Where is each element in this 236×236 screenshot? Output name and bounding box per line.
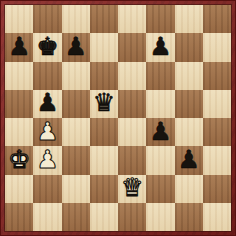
square-c3[interactable] xyxy=(62,146,90,174)
square-g3[interactable]: ♟ xyxy=(175,146,203,174)
square-h2[interactable] xyxy=(203,175,231,203)
square-a2[interactable] xyxy=(5,175,33,203)
square-e1[interactable] xyxy=(118,203,146,231)
square-d3[interactable] xyxy=(90,146,118,174)
board-grid: ♟♚♟♟♟♛♟♟♚♟♟♛ xyxy=(5,5,231,231)
piece-black-pawn[interactable]: ♟ xyxy=(8,34,30,59)
square-d8[interactable] xyxy=(90,5,118,33)
square-h5[interactable] xyxy=(203,90,231,118)
square-c7[interactable]: ♟ xyxy=(62,33,90,61)
piece-black-pawn[interactable]: ♟ xyxy=(36,90,58,115)
square-d6[interactable] xyxy=(90,62,118,90)
square-d4[interactable] xyxy=(90,118,118,146)
square-e4[interactable] xyxy=(118,118,146,146)
square-g5[interactable] xyxy=(175,90,203,118)
square-g4[interactable] xyxy=(175,118,203,146)
piece-black-pawn[interactable]: ♟ xyxy=(149,34,171,59)
square-c6[interactable] xyxy=(62,62,90,90)
square-a6[interactable] xyxy=(5,62,33,90)
square-f8[interactable] xyxy=(146,5,174,33)
square-b3[interactable]: ♟ xyxy=(33,146,61,174)
square-d7[interactable] xyxy=(90,33,118,61)
square-f6[interactable] xyxy=(146,62,174,90)
square-d5[interactable]: ♛ xyxy=(90,90,118,118)
square-b5[interactable]: ♟ xyxy=(33,90,61,118)
square-e5[interactable] xyxy=(118,90,146,118)
square-a3[interactable]: ♚ xyxy=(5,146,33,174)
square-a7[interactable]: ♟ xyxy=(5,33,33,61)
square-b6[interactable] xyxy=(33,62,61,90)
piece-black-pawn[interactable]: ♟ xyxy=(177,147,199,172)
square-c4[interactable] xyxy=(62,118,90,146)
square-h4[interactable] xyxy=(203,118,231,146)
square-h1[interactable] xyxy=(203,203,231,231)
square-c2[interactable] xyxy=(62,175,90,203)
square-b1[interactable] xyxy=(33,203,61,231)
square-d1[interactable] xyxy=(90,203,118,231)
square-e8[interactable] xyxy=(118,5,146,33)
piece-black-queen[interactable]: ♛ xyxy=(93,90,115,115)
square-a5[interactable] xyxy=(5,90,33,118)
square-h3[interactable] xyxy=(203,146,231,174)
square-e7[interactable] xyxy=(118,33,146,61)
square-h6[interactable] xyxy=(203,62,231,90)
square-g6[interactable] xyxy=(175,62,203,90)
square-b2[interactable] xyxy=(33,175,61,203)
square-f3[interactable] xyxy=(146,146,174,174)
square-g2[interactable] xyxy=(175,175,203,203)
square-f7[interactable]: ♟ xyxy=(146,33,174,61)
piece-white-queen[interactable]: ♛ xyxy=(121,175,143,200)
piece-white-pawn[interactable]: ♟ xyxy=(36,147,58,172)
piece-black-pawn[interactable]: ♟ xyxy=(64,34,86,59)
square-c8[interactable] xyxy=(62,5,90,33)
square-c1[interactable] xyxy=(62,203,90,231)
piece-black-pawn[interactable]: ♟ xyxy=(149,119,171,144)
square-h8[interactable] xyxy=(203,5,231,33)
square-b4[interactable]: ♟ xyxy=(33,118,61,146)
square-e3[interactable] xyxy=(118,146,146,174)
piece-white-king[interactable]: ♚ xyxy=(8,147,30,172)
square-h7[interactable] xyxy=(203,33,231,61)
piece-black-king[interactable]: ♚ xyxy=(36,34,58,59)
square-d2[interactable] xyxy=(90,175,118,203)
square-a1[interactable] xyxy=(5,203,33,231)
square-b8[interactable] xyxy=(33,5,61,33)
square-b7[interactable]: ♚ xyxy=(33,33,61,61)
square-f4[interactable]: ♟ xyxy=(146,118,174,146)
square-c5[interactable] xyxy=(62,90,90,118)
square-e2[interactable]: ♛ xyxy=(118,175,146,203)
square-f1[interactable] xyxy=(146,203,174,231)
square-g1[interactable] xyxy=(175,203,203,231)
square-f2[interactable] xyxy=(146,175,174,203)
square-a4[interactable] xyxy=(5,118,33,146)
piece-white-pawn[interactable]: ♟ xyxy=(36,119,58,144)
square-g7[interactable] xyxy=(175,33,203,61)
square-g8[interactable] xyxy=(175,5,203,33)
square-e6[interactable] xyxy=(118,62,146,90)
chess-board: ♟♚♟♟♟♛♟♟♚♟♟♛ xyxy=(0,0,236,236)
square-a8[interactable] xyxy=(5,5,33,33)
square-f5[interactable] xyxy=(146,90,174,118)
